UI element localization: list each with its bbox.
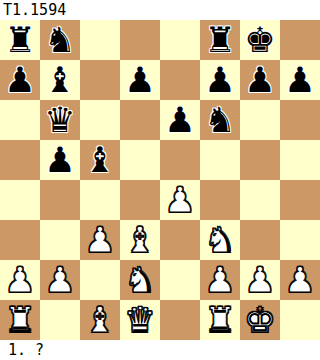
black-pawn-piece: ♟ <box>284 60 315 100</box>
square-b1[interactable] <box>40 300 80 340</box>
black-king-piece: ♚ <box>244 20 275 60</box>
black-pawn-piece: ♟ <box>124 60 155 100</box>
square-h5[interactable] <box>280 140 320 180</box>
white-rook-piece: ♜ <box>4 300 35 340</box>
square-a1[interactable]: ♜ <box>0 300 40 340</box>
square-h2[interactable]: ♟ <box>280 260 320 300</box>
black-pawn-piece: ♟ <box>164 100 195 140</box>
square-a7[interactable]: ♟ <box>0 60 40 100</box>
black-pawn-piece: ♟ <box>4 60 35 100</box>
square-a8[interactable]: ♜ <box>0 20 40 60</box>
white-pawn-piece: ♟ <box>44 260 75 300</box>
square-g4[interactable] <box>240 180 280 220</box>
square-d8[interactable] <box>120 20 160 60</box>
square-g7[interactable]: ♟ <box>240 60 280 100</box>
square-h3[interactable] <box>280 220 320 260</box>
square-f6[interactable]: ♞ <box>200 100 240 140</box>
square-h8[interactable] <box>280 20 320 60</box>
white-knight-piece: ♞ <box>124 260 155 300</box>
square-c4[interactable] <box>80 180 120 220</box>
square-h1[interactable] <box>280 300 320 340</box>
square-a6[interactable] <box>0 100 40 140</box>
square-e1[interactable] <box>160 300 200 340</box>
square-c6[interactable] <box>80 100 120 140</box>
square-e7[interactable] <box>160 60 200 100</box>
square-h7[interactable]: ♟ <box>280 60 320 100</box>
square-g8[interactable]: ♚ <box>240 20 280 60</box>
square-d5[interactable] <box>120 140 160 180</box>
square-c3[interactable]: ♟ <box>80 220 120 260</box>
square-c5[interactable]: ♝ <box>80 140 120 180</box>
move-prompt: 1. ? <box>8 340 44 360</box>
title-bar: T1.1594 <box>0 0 320 20</box>
white-knight-piece: ♞ <box>204 220 235 260</box>
black-pawn-piece: ♟ <box>244 60 275 100</box>
square-f5[interactable] <box>200 140 240 180</box>
square-d7[interactable]: ♟ <box>120 60 160 100</box>
white-pawn-piece: ♟ <box>164 180 195 220</box>
black-bishop-piece: ♝ <box>44 60 75 100</box>
white-pawn-piece: ♟ <box>284 260 315 300</box>
square-b4[interactable] <box>40 180 80 220</box>
white-pawn-piece: ♟ <box>204 260 235 300</box>
square-d2[interactable]: ♞ <box>120 260 160 300</box>
square-d6[interactable] <box>120 100 160 140</box>
chess-board: ♜♞♜♚♟♝♟♟♟♟♛♟♞♟♝♟♟♝♞♟♟♞♟♟♟♜♝♛♜♚ <box>0 20 320 340</box>
square-c1[interactable]: ♝ <box>80 300 120 340</box>
black-bishop-piece: ♝ <box>84 140 115 180</box>
black-pawn-piece: ♟ <box>44 140 75 180</box>
square-f4[interactable] <box>200 180 240 220</box>
square-d1[interactable]: ♛ <box>120 300 160 340</box>
square-b2[interactable]: ♟ <box>40 260 80 300</box>
square-f1[interactable]: ♜ <box>200 300 240 340</box>
black-knight-piece: ♞ <box>44 20 75 60</box>
move-bar: 1. ? <box>0 340 320 360</box>
square-a2[interactable]: ♟ <box>0 260 40 300</box>
square-g6[interactable] <box>240 100 280 140</box>
square-e6[interactable]: ♟ <box>160 100 200 140</box>
black-pawn-piece: ♟ <box>204 60 235 100</box>
square-b3[interactable] <box>40 220 80 260</box>
square-e2[interactable] <box>160 260 200 300</box>
square-e4[interactable]: ♟ <box>160 180 200 220</box>
square-d3[interactable]: ♝ <box>120 220 160 260</box>
white-pawn-piece: ♟ <box>244 260 275 300</box>
square-b5[interactable]: ♟ <box>40 140 80 180</box>
white-bishop-piece: ♝ <box>124 220 155 260</box>
square-f2[interactable]: ♟ <box>200 260 240 300</box>
white-pawn-piece: ♟ <box>4 260 35 300</box>
white-king-piece: ♚ <box>244 300 275 340</box>
black-queen-piece: ♛ <box>44 100 75 140</box>
square-c7[interactable] <box>80 60 120 100</box>
square-f3[interactable]: ♞ <box>200 220 240 260</box>
square-g2[interactable]: ♟ <box>240 260 280 300</box>
puzzle-title: T1.1594 <box>3 0 66 20</box>
square-e3[interactable] <box>160 220 200 260</box>
square-e5[interactable] <box>160 140 200 180</box>
square-e8[interactable] <box>160 20 200 60</box>
square-h4[interactable] <box>280 180 320 220</box>
black-rook-piece: ♜ <box>204 20 235 60</box>
black-rook-piece: ♜ <box>4 20 35 60</box>
square-c8[interactable] <box>80 20 120 60</box>
black-knight-piece: ♞ <box>204 100 235 140</box>
square-g3[interactable] <box>240 220 280 260</box>
white-rook-piece: ♜ <box>204 300 235 340</box>
white-bishop-piece: ♝ <box>84 300 115 340</box>
square-b7[interactable]: ♝ <box>40 60 80 100</box>
square-a3[interactable] <box>0 220 40 260</box>
square-d4[interactable] <box>120 180 160 220</box>
square-b6[interactable]: ♛ <box>40 100 80 140</box>
white-pawn-piece: ♟ <box>84 220 115 260</box>
square-a4[interactable] <box>0 180 40 220</box>
square-a5[interactable] <box>0 140 40 180</box>
white-queen-piece: ♛ <box>124 300 155 340</box>
square-h6[interactable] <box>280 100 320 140</box>
square-b8[interactable]: ♞ <box>40 20 80 60</box>
square-g5[interactable] <box>240 140 280 180</box>
square-g1[interactable]: ♚ <box>240 300 280 340</box>
square-f8[interactable]: ♜ <box>200 20 240 60</box>
square-c2[interactable] <box>80 260 120 300</box>
square-f7[interactable]: ♟ <box>200 60 240 100</box>
